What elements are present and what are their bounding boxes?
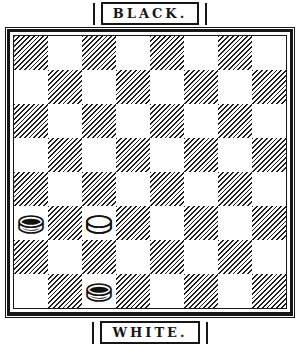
white-side-label: WHITE.: [0, 321, 300, 344]
label-rule-right: [205, 3, 207, 25]
board-square-r4c1[interactable]: [14, 138, 48, 172]
board-square-r5c5[interactable]: [150, 172, 184, 206]
board-square-r5c3[interactable]: [82, 172, 116, 206]
board-frame-inner: ⛂⛀⛂: [7, 29, 293, 316]
board-square-r7c4[interactable]: [116, 240, 150, 274]
black-label-text: BLACK.: [113, 6, 187, 21]
board-square-r7c6[interactable]: [184, 240, 218, 274]
board-square-r2c3[interactable]: [82, 70, 116, 104]
board-square-r3c5[interactable]: [150, 104, 184, 138]
label-rule-left: [93, 3, 95, 25]
board-square-r8c5[interactable]: [150, 274, 184, 308]
black-side-label: BLACK.: [0, 2, 300, 25]
board-square-r5c7[interactable]: [218, 172, 252, 206]
board-square-r1c6[interactable]: [184, 36, 218, 70]
white-man-piece[interactable]: ⛀: [85, 205, 114, 239]
black-label-box: BLACK.: [101, 2, 199, 25]
board-square-r3c1[interactable]: [14, 104, 48, 138]
board-square-r7c1[interactable]: [14, 240, 48, 274]
board-square-r6c4[interactable]: [116, 206, 150, 240]
board-square-r2c8[interactable]: [252, 70, 286, 104]
board-square-r7c2[interactable]: [48, 240, 82, 274]
board-square-r4c4[interactable]: [116, 138, 150, 172]
board-square-r7c5[interactable]: [150, 240, 184, 274]
board-square-r2c2[interactable]: [48, 70, 82, 104]
board-square-r5c6[interactable]: [184, 172, 218, 206]
board-square-r2c5[interactable]: [150, 70, 184, 104]
board-square-r1c4[interactable]: [116, 36, 150, 70]
board-square-r3c7[interactable]: [218, 104, 252, 138]
board-square-r3c6[interactable]: [184, 104, 218, 138]
board-square-r4c6[interactable]: [184, 138, 218, 172]
board-square-r2c1[interactable]: [14, 70, 48, 104]
board-square-r1c8[interactable]: [252, 36, 286, 70]
board-square-r3c4[interactable]: [116, 104, 150, 138]
white-label-box: WHITE.: [100, 321, 199, 344]
label-rule-right: [206, 322, 208, 344]
board-square-r5c2[interactable]: [48, 172, 82, 206]
board-square-r5c1[interactable]: [14, 172, 48, 206]
board-square-r8c3[interactable]: ⛂: [82, 274, 116, 308]
board-square-r1c5[interactable]: [150, 36, 184, 70]
board-square-r4c7[interactable]: [218, 138, 252, 172]
board-square-r6c5[interactable]: [150, 206, 184, 240]
board-square-r6c8[interactable]: [252, 206, 286, 240]
board-frame-outer: ⛂⛀⛂: [5, 27, 295, 318]
board-square-r8c2[interactable]: [48, 274, 82, 308]
board-square-r3c2[interactable]: [48, 104, 82, 138]
board-square-r4c2[interactable]: [48, 138, 82, 172]
board-square-r8c1[interactable]: [14, 274, 48, 308]
board-square-r2c7[interactable]: [218, 70, 252, 104]
board-square-r6c2[interactable]: [48, 206, 82, 240]
board-square-r4c5[interactable]: [150, 138, 184, 172]
board-square-r7c8[interactable]: [252, 240, 286, 274]
board-square-r8c7[interactable]: [218, 274, 252, 308]
board-square-r6c3[interactable]: ⛀: [82, 206, 116, 240]
board-square-r2c4[interactable]: [116, 70, 150, 104]
board-square-r7c3[interactable]: [82, 240, 116, 274]
board-square-r1c2[interactable]: [48, 36, 82, 70]
board-square-r8c8[interactable]: [252, 274, 286, 308]
board-square-r6c7[interactable]: [218, 206, 252, 240]
board-square-r4c8[interactable]: [252, 138, 286, 172]
board-square-r6c6[interactable]: [184, 206, 218, 240]
board-square-r5c4[interactable]: [116, 172, 150, 206]
black-man-piece[interactable]: ⛂: [17, 205, 46, 239]
board-square-r3c3[interactable]: [82, 104, 116, 138]
board-square-r4c3[interactable]: [82, 138, 116, 172]
board-square-r1c7[interactable]: [218, 36, 252, 70]
board-square-r1c1[interactable]: [14, 36, 48, 70]
black-man-piece[interactable]: ⛂: [85, 273, 114, 307]
board-square-r6c1[interactable]: ⛂: [14, 206, 48, 240]
board-square-r8c4[interactable]: [116, 274, 150, 308]
white-label-text: WHITE.: [112, 325, 187, 340]
board-square-r7c7[interactable]: [218, 240, 252, 274]
board-square-r5c8[interactable]: [252, 172, 286, 206]
board-square-r3c8[interactable]: [252, 104, 286, 138]
board-square-r2c6[interactable]: [184, 70, 218, 104]
board-square-r1c3[interactable]: [82, 36, 116, 70]
page: BLACK. ⛂⛀⛂ WHITE.: [0, 0, 300, 345]
board-square-r8c6[interactable]: [184, 274, 218, 308]
board-grid: ⛂⛀⛂: [13, 35, 287, 309]
label-rule-left: [92, 322, 94, 344]
